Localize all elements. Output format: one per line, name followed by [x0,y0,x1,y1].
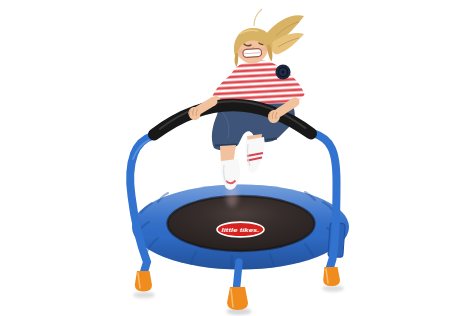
shadow-right-foot [322,285,344,291]
brand-logo: little tikes. [217,222,264,237]
grimace-mouth [243,48,262,57]
center-foot-cap [227,287,248,310]
shadow-left-foot [133,292,155,298]
product-photo: little tikes. [0,0,474,316]
logo-text: little tikes. [222,226,260,233]
center-leg [237,262,240,288]
trampoline: little tikes. [132,185,349,270]
flower-rosette [275,64,290,79]
